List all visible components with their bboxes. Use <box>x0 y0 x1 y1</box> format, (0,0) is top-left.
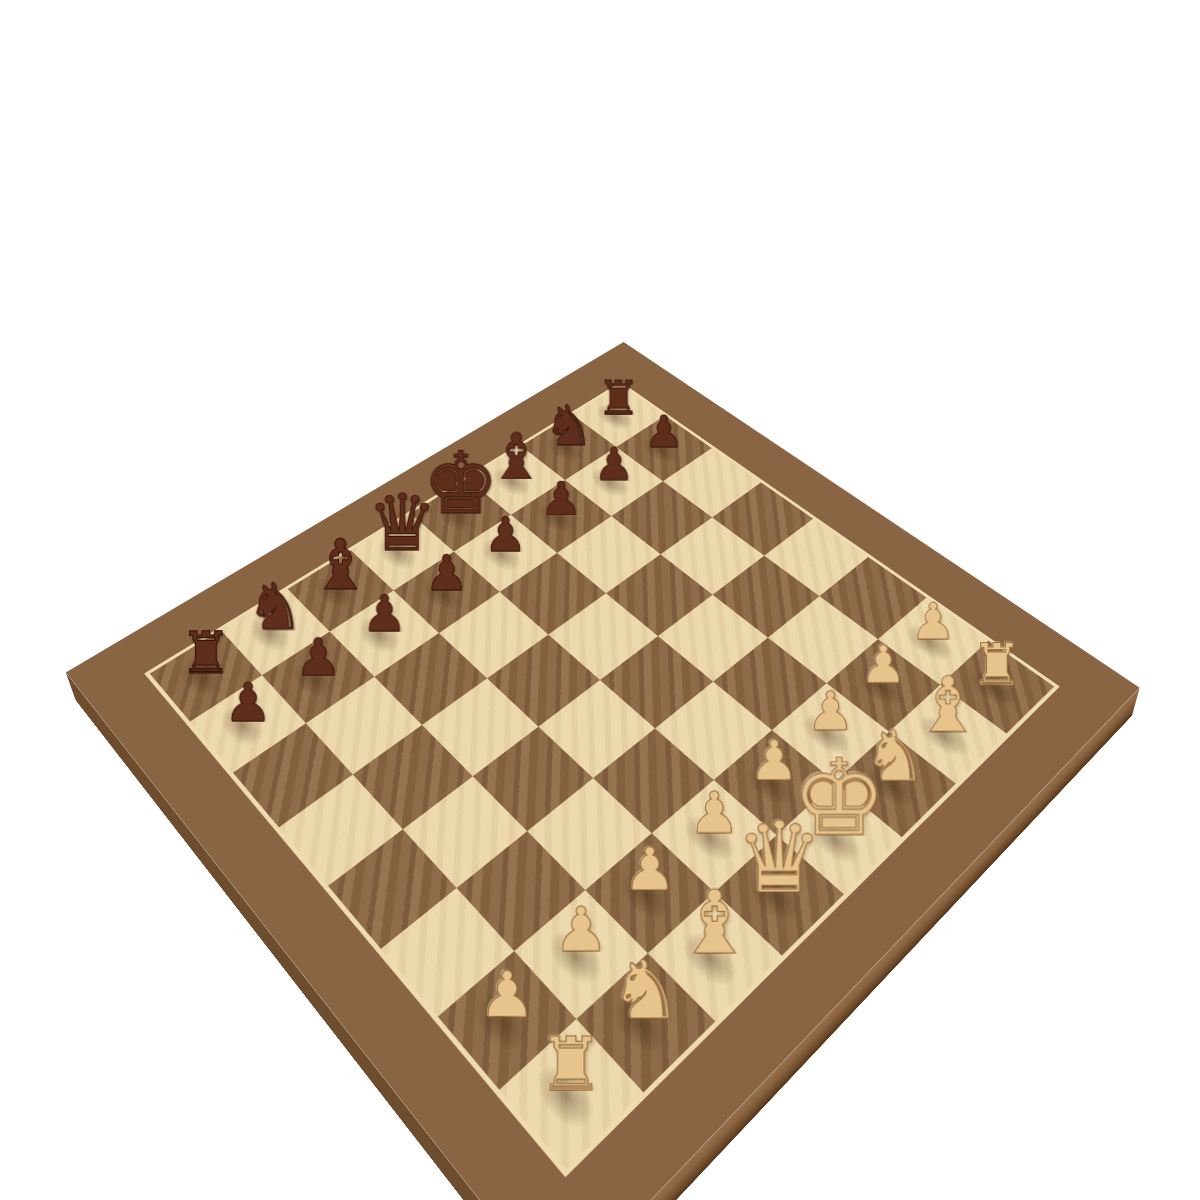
piece-black-pawn-a7[interactable]: ♟ <box>207 568 289 722</box>
pieces-layer: ♜♞♝♛♚♝♞♜♟♟♟♟♟♟♟♟♟♟♟♟♟♟♟♟♜♞♝♛♚♞♝♜ <box>150 385 1054 1169</box>
chess-board: ♜♞♝♛♚♝♞♜♟♟♟♟♟♟♟♟♟♟♟♟♟♟♟♟♜♞♝♛♚♞♝♜ <box>66 342 1140 1200</box>
product-photo-stage: ♜♞♝♛♚♝♞♜♟♟♟♟♟♟♟♟♟♟♟♟♟♟♟♟♜♞♝♛♚♞♝♜ <box>0 0 1200 1200</box>
photo-scene: ♜♞♝♛♚♝♞♜♟♟♟♟♟♟♟♟♟♟♟♟♟♟♟♟♜♞♝♛♚♞♝♜ <box>0 0 1200 1200</box>
piece-white-rook-a1[interactable]: ♜ <box>520 900 622 1091</box>
piece-black-pawn-b7[interactable]: ♟ <box>278 526 358 676</box>
